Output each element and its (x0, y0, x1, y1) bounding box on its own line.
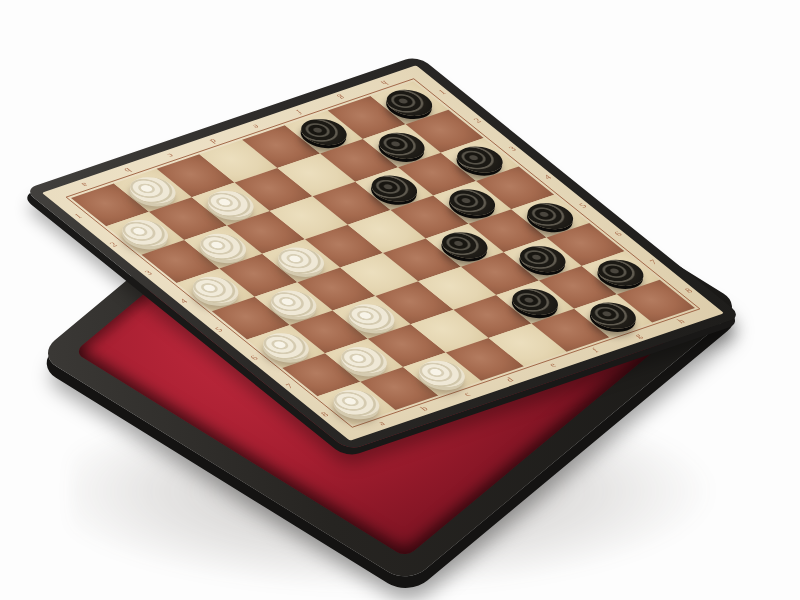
photo-scene: abcdefgh abcdefgh 12345678 12345678 (0, 0, 800, 600)
